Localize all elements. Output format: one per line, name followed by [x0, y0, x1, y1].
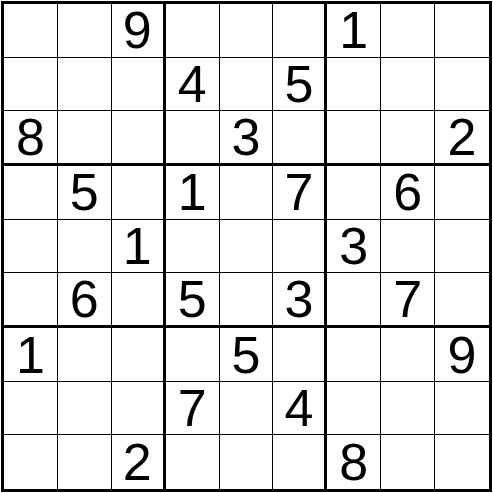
cell-r3c1[interactable]: 8 [4, 111, 58, 166]
cell-r5c7[interactable]: 3 [327, 220, 381, 274]
cell-r6c1[interactable] [4, 273, 58, 328]
cell-r6c7[interactable] [327, 273, 381, 328]
cell-r2c8[interactable] [381, 58, 435, 112]
given-digit: 5 [284, 58, 313, 110]
cell-r1c3[interactable]: 9 [112, 4, 166, 58]
cell-r9c7[interactable]: 8 [327, 435, 381, 489]
given-digit: 8 [339, 436, 368, 488]
cell-r9c1[interactable] [4, 435, 58, 489]
cell-r5c4[interactable] [166, 220, 220, 274]
cell-r4c6[interactable]: 7 [273, 166, 327, 220]
given-digit: 1 [16, 329, 45, 381]
cell-r3c2[interactable] [58, 111, 112, 166]
cell-r7c9[interactable]: 9 [435, 328, 489, 382]
given-digit: 1 [339, 4, 368, 56]
cell-r9c5[interactable] [220, 435, 274, 489]
cell-r8c7[interactable] [327, 382, 381, 436]
cell-r6c2[interactable]: 6 [58, 273, 112, 328]
cell-r2c3[interactable] [112, 58, 166, 112]
given-digit: 3 [339, 220, 368, 272]
cell-r7c7[interactable] [327, 328, 381, 382]
given-digit: 6 [70, 273, 99, 325]
cell-r2c4[interactable]: 4 [166, 58, 220, 112]
cell-r1c1[interactable] [4, 4, 58, 58]
cell-r8c3[interactable] [112, 382, 166, 436]
given-digit: 6 [393, 166, 422, 218]
given-digit: 4 [178, 58, 207, 110]
given-digit: 3 [232, 111, 261, 163]
cell-r1c4[interactable] [166, 4, 220, 58]
given-digit: 3 [284, 273, 313, 325]
cell-r2c5[interactable] [220, 58, 274, 112]
cell-r2c9[interactable] [435, 58, 489, 112]
cell-r4c8[interactable]: 6 [381, 166, 435, 220]
given-digit: 5 [178, 273, 207, 325]
cell-r9c2[interactable] [58, 435, 112, 489]
cell-r4c1[interactable] [4, 166, 58, 220]
cell-r3c8[interactable] [381, 111, 435, 166]
cell-r8c8[interactable] [381, 382, 435, 436]
cell-r9c4[interactable] [166, 435, 220, 489]
cell-r5c5[interactable] [220, 220, 274, 274]
cell-r8c4[interactable]: 7 [166, 382, 220, 436]
cell-r4c4[interactable]: 1 [166, 166, 220, 220]
given-digit: 2 [448, 111, 477, 163]
given-digit: 5 [70, 166, 99, 218]
cell-r2c6[interactable]: 5 [273, 58, 327, 112]
cell-r7c4[interactable] [166, 328, 220, 382]
cell-r1c8[interactable] [381, 4, 435, 58]
cell-r6c5[interactable] [220, 273, 274, 328]
cell-r9c9[interactable] [435, 435, 489, 489]
cell-r1c9[interactable] [435, 4, 489, 58]
sudoku-board: 914583251761365371597428 [1, 1, 492, 492]
cell-r1c7[interactable]: 1 [327, 4, 381, 58]
cell-r4c9[interactable] [435, 166, 489, 220]
cell-r4c5[interactable] [220, 166, 274, 220]
cell-r1c5[interactable] [220, 4, 274, 58]
cell-r5c6[interactable] [273, 220, 327, 274]
cell-r3c9[interactable]: 2 [435, 111, 489, 166]
given-digit: 4 [284, 382, 313, 434]
cell-r8c1[interactable] [4, 382, 58, 436]
cell-r5c8[interactable] [381, 220, 435, 274]
cell-r3c7[interactable] [327, 111, 381, 166]
cell-r9c3[interactable]: 2 [112, 435, 166, 489]
cell-r3c4[interactable] [166, 111, 220, 166]
given-digit: 7 [393, 273, 422, 325]
cell-r3c3[interactable] [112, 111, 166, 166]
cell-r5c3[interactable]: 1 [112, 220, 166, 274]
cell-r8c6[interactable]: 4 [273, 382, 327, 436]
cell-r9c8[interactable] [381, 435, 435, 489]
page: { "game": "sudoku", "position": "..9...1… [0, 0, 493, 493]
cell-r7c1[interactable]: 1 [4, 328, 58, 382]
cell-r5c2[interactable] [58, 220, 112, 274]
cell-r9c6[interactable] [273, 435, 327, 489]
cell-r8c5[interactable] [220, 382, 274, 436]
cell-r7c5[interactable]: 5 [220, 328, 274, 382]
cell-r3c5[interactable]: 3 [220, 111, 274, 166]
given-digit: 9 [448, 329, 477, 381]
cell-r8c9[interactable] [435, 382, 489, 436]
cell-r7c3[interactable] [112, 328, 166, 382]
cell-r1c2[interactable] [58, 4, 112, 58]
cell-r6c8[interactable]: 7 [381, 273, 435, 328]
cell-r7c6[interactable] [273, 328, 327, 382]
given-digit: 1 [178, 166, 207, 218]
given-digit: 7 [178, 382, 207, 434]
cell-r2c2[interactable] [58, 58, 112, 112]
cell-r5c1[interactable] [4, 220, 58, 274]
cell-r6c3[interactable] [112, 273, 166, 328]
cell-r6c6[interactable]: 3 [273, 273, 327, 328]
cell-r5c9[interactable] [435, 220, 489, 274]
cell-r6c9[interactable] [435, 273, 489, 328]
cell-r6c4[interactable]: 5 [166, 273, 220, 328]
given-digit: 1 [123, 220, 152, 272]
cell-r2c1[interactable] [4, 58, 58, 112]
cell-r8c2[interactable] [58, 382, 112, 436]
given-digit: 8 [16, 111, 45, 163]
cell-r4c3[interactable] [112, 166, 166, 220]
given-digit: 7 [284, 166, 313, 218]
cell-r7c8[interactable] [381, 328, 435, 382]
cell-r2c7[interactable] [327, 58, 381, 112]
given-digit: 2 [123, 436, 152, 488]
cell-r4c7[interactable] [327, 166, 381, 220]
cell-r1c6[interactable] [273, 4, 327, 58]
given-digit: 9 [123, 4, 152, 56]
cell-r3c6[interactable] [273, 111, 327, 166]
cell-r4c2[interactable]: 5 [58, 166, 112, 220]
cell-r7c2[interactable] [58, 328, 112, 382]
given-digit: 5 [232, 329, 261, 381]
